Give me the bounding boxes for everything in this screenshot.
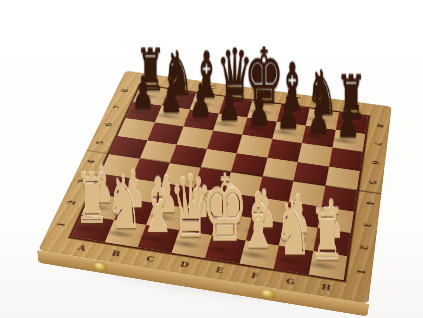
chess-board: ♜♞♝♛♚♝♞♜♟♟♟♟♟♟♟♟♟♟♟♟♟♟♟♟♜♞♝♛♚♝♞♜ ABCDEFG… [38,71,391,304]
coord-label: 4 [358,191,380,215]
brass-clasp-icon [95,263,107,271]
coord-label: 6 [364,151,385,173]
square-e6 [237,135,272,158]
photo-scene: ♜♞♝♛♚♝♞♜♟♟♟♟♟♟♟♟♟♟♟♟♟♟♟♟♜♞♝♛♚♝♞♜ ABCDEFG… [0,0,423,318]
piece-glyph: ♜ [299,203,356,268]
square-h1: ♜ [308,251,347,280]
piece-glyph: ♟ [324,100,373,143]
brass-clasp-icon [262,290,275,298]
